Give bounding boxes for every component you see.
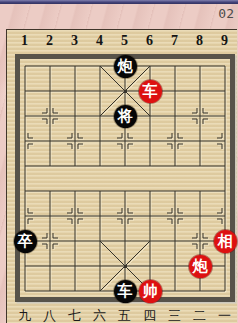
piece-black-general[interactable]: 将 <box>114 105 137 128</box>
piece-red-cannon[interactable]: 炮 <box>189 255 212 278</box>
board-panel: 123456789 炮车将卒相炮车帅 九八七六五四三二一 <box>6 29 237 323</box>
piece-red-general[interactable]: 帅 <box>139 280 162 303</box>
file-label: 5 <box>121 33 128 49</box>
page-number: 02 <box>218 7 234 21</box>
screen: 02 123456789 炮车将卒相炮车帅 九八七六五四三二一 <box>0 0 238 323</box>
piece-black-soldier[interactable]: 卒 <box>14 230 37 253</box>
bottom-file-labels: 九八七六五四三二一 <box>12 307 237 322</box>
file-label: 四 <box>143 307 156 323</box>
file-label: 2 <box>46 33 53 49</box>
file-label: 七 <box>68 307 81 323</box>
top-file-labels: 123456789 <box>12 33 237 48</box>
titlebar-strip <box>0 0 238 4</box>
file-label: 三 <box>168 307 181 323</box>
piece-red-elephant[interactable]: 相 <box>214 230 237 253</box>
file-label: 八 <box>43 307 56 323</box>
file-label: 8 <box>196 33 203 49</box>
piece-black-cannon[interactable]: 炮 <box>114 55 137 78</box>
file-label: 7 <box>171 33 178 49</box>
file-label: 6 <box>146 33 153 49</box>
pieces-layer: 炮车将卒相炮车帅 <box>13 54 238 304</box>
file-label: 六 <box>93 307 106 323</box>
file-label: 九 <box>18 307 31 323</box>
file-label: 1 <box>21 33 28 49</box>
piece-red-chariot[interactable]: 车 <box>139 80 162 103</box>
file-label: 3 <box>71 33 78 49</box>
file-label: 五 <box>118 307 131 323</box>
file-label: 9 <box>221 33 228 49</box>
file-label: 二 <box>193 307 206 323</box>
file-label: 一 <box>218 307 231 323</box>
file-label: 4 <box>96 33 103 49</box>
board-frame[interactable]: 炮车将卒相炮车帅 <box>15 54 235 302</box>
piece-black-chariot[interactable]: 车 <box>114 280 137 303</box>
